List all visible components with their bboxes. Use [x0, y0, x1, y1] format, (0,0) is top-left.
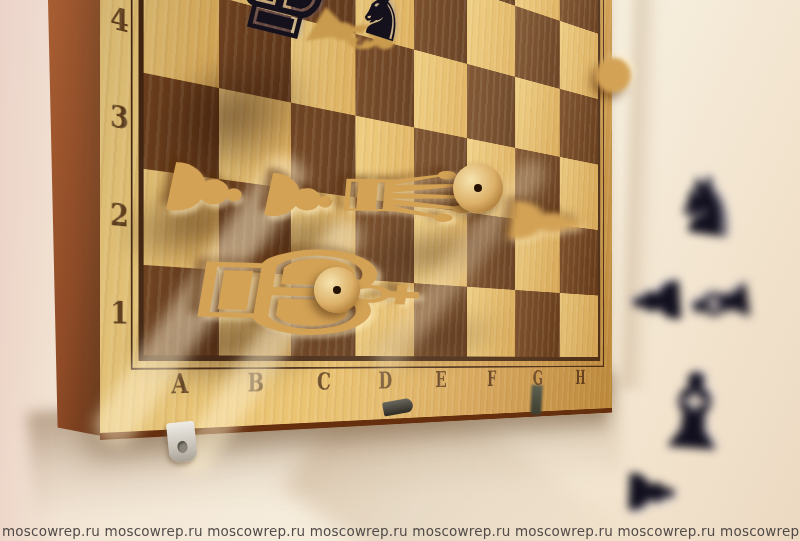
- file-label-f: F: [467, 367, 515, 391]
- wall-shadow-wedge: [282, 349, 649, 541]
- rank-label-2: 2: [100, 163, 139, 265]
- square-d4: [355, 34, 413, 128]
- queen-head-disc: [453, 163, 503, 213]
- wall-shadow-right-of-board: [621, 0, 661, 390]
- square-g1: [515, 290, 559, 361]
- square-b4: [219, 0, 291, 103]
- square-a3: [139, 72, 219, 179]
- square-c4: [291, 16, 356, 115]
- king-collar-disc: [314, 267, 360, 313]
- piece-white-pawn-f2: ♟: [490, 187, 596, 257]
- square-h3: [560, 157, 601, 231]
- square-e2: [414, 205, 467, 286]
- square-g4: [515, 77, 559, 157]
- playing-area-border: [139, 0, 601, 361]
- square-f1: [467, 287, 515, 361]
- square-h1: [560, 293, 601, 361]
- piece-cast-shadow: [108, 167, 281, 279]
- chess-board: 87654321 ABCDEFGH: [100, 0, 612, 440]
- board-side-edge: [40, 0, 120, 450]
- piece-white-bishop-e4: ♝: [277, 0, 427, 85]
- square-e5: [414, 0, 467, 64]
- screw-hole: [177, 440, 188, 453]
- mounting-bracket: [166, 421, 198, 464]
- square-e1: [414, 283, 467, 361]
- square-h6: [560, 0, 601, 34]
- square-b3: [219, 88, 291, 189]
- square-d1: [355, 279, 413, 361]
- wall-shade-left: [0, 0, 60, 541]
- piece-cast-shadow: [331, 207, 529, 299]
- square-a1: [139, 265, 219, 361]
- piece-white-pawn-b2: ♟: [148, 144, 261, 238]
- square-h2: [560, 225, 601, 296]
- light-streak: [172, 213, 368, 481]
- squares-grid: [139, 0, 601, 361]
- square-h4: [560, 89, 601, 165]
- file-label-d: D: [355, 368, 413, 394]
- board-light-shade-overlay: [100, 0, 612, 433]
- light-streak: [88, 148, 313, 453]
- piece-cast-shadow: [230, 193, 379, 281]
- square-g3: [515, 148, 559, 225]
- rank-labels: 87654321: [100, 0, 139, 361]
- square-d2: [355, 197, 413, 283]
- square-f6: [467, 0, 515, 6]
- offboard-black-knight: ♞: [662, 162, 752, 252]
- square-e3: [414, 127, 467, 212]
- square-g6: [515, 0, 559, 21]
- light-streak: [368, 153, 552, 376]
- file-label-a: A: [139, 369, 219, 400]
- piece-white-queen-d2: ♛: [313, 157, 502, 235]
- watermark-text: moscowrep.ru moscowrep.ru moscowrep.ru m…: [2, 523, 800, 539]
- peg-hole: [333, 286, 341, 294]
- offboard-black-pawn: ♟: [624, 267, 692, 335]
- square-d5: [355, 0, 413, 50]
- square-c5: [291, 0, 356, 34]
- square-a2: [139, 168, 219, 270]
- offboard-black-bishop: ♝: [679, 260, 765, 346]
- square-h5: [560, 21, 601, 100]
- file-label-b: B: [219, 369, 291, 398]
- piece-cast-shadow: [117, 277, 358, 403]
- peg-hole: [474, 184, 482, 192]
- square-c2: [291, 189, 356, 280]
- file-labels: ABCDEFGH: [139, 361, 601, 431]
- piece-white-pawn-c2: ♟: [247, 156, 349, 239]
- square-f2: [467, 212, 515, 290]
- piece-white-pawn-h3-head: ●: [590, 48, 636, 94]
- piece-cast-shadow: [133, 25, 338, 206]
- square-f3: [467, 138, 515, 219]
- rank-label-3: 3: [100, 64, 139, 168]
- rank-label-1: 1: [100, 262, 139, 361]
- square-b1: [219, 270, 291, 361]
- offboard-black-bishop: ♝: [638, 356, 749, 467]
- file-label-e: E: [414, 368, 467, 393]
- square-c3: [291, 103, 356, 198]
- square-f4: [467, 64, 515, 148]
- piece-black-knight-d4: ♞: [345, 0, 421, 54]
- square-f5: [467, 0, 515, 77]
- file-label-c: C: [291, 368, 356, 395]
- mounting-tab: [530, 385, 543, 416]
- square-d3: [355, 116, 413, 206]
- piece-white-king-b1: ♚: [146, 227, 464, 358]
- wood-grain-overlay: [100, 0, 612, 433]
- offboard-black-pawn: ♟: [618, 460, 682, 524]
- piece-cast-shadow: [347, 300, 514, 382]
- wall-shadow-under-board: [27, 372, 623, 523]
- square-g5: [515, 6, 559, 89]
- photo-wall-mounted-chessboard: 87654321 ABCDEFGH ♚ ♟ ♟ ♛ ♟ ● ♚ ♞ ♝ ♞ ♟ …: [0, 0, 800, 541]
- file-label-g: G: [515, 367, 559, 390]
- file-label-h: H: [560, 367, 601, 389]
- square-a4: [139, 0, 219, 88]
- square-b2: [219, 179, 291, 275]
- square-e4: [414, 50, 467, 139]
- mounting-bracket: [382, 398, 414, 417]
- square-g2: [515, 219, 559, 293]
- square-b5: [219, 0, 291, 16]
- rank-label-4: 4: [100, 0, 139, 72]
- piece-black-king-c4: ♚: [212, 0, 351, 64]
- square-c1: [291, 275, 356, 361]
